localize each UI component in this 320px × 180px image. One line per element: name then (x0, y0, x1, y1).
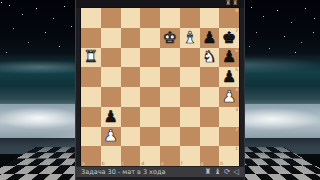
square-g5[interactable] (200, 67, 220, 87)
chess-app-window: ♜♜ 8♚♝♟7♚♜♞6♟5♟4♟♟3♟2abcdefg1h Задача 30… (75, 0, 245, 180)
square-f1[interactable]: f (180, 146, 200, 166)
square-f8[interactable] (180, 8, 200, 28)
white-rook[interactable]: ♜ (81, 48, 101, 68)
square-d1[interactable]: d (140, 146, 160, 166)
square-c5[interactable] (121, 67, 141, 87)
status-bar: Задача 30 - мат в 3 хода ♜♝⟳◁ (76, 166, 244, 177)
status-text: Задача 30 - мат в 3 хода (81, 168, 165, 176)
square-d7[interactable] (140, 28, 160, 48)
back-arrow-icon[interactable]: ◁ (233, 168, 239, 176)
square-d6[interactable] (140, 48, 160, 68)
square-f6[interactable] (180, 48, 200, 68)
rook-icon[interactable]: ♜ (204, 168, 211, 176)
white-pawn[interactable]: ♟ (219, 87, 239, 107)
square-b7[interactable] (101, 28, 121, 48)
square-g7[interactable]: ♟ (200, 28, 220, 48)
square-f3[interactable] (180, 107, 200, 127)
square-b6[interactable] (101, 48, 121, 68)
black-pawn[interactable]: ♟ (200, 28, 220, 48)
titlebar: ♜♜ (76, 0, 244, 8)
square-a2[interactable] (81, 127, 101, 147)
square-h6[interactable]: 6♟ (219, 48, 239, 68)
square-g3[interactable] (200, 107, 220, 127)
rank-label-3: 3 (235, 107, 238, 112)
square-b8[interactable] (101, 8, 121, 28)
square-b4[interactable] (101, 87, 121, 107)
rank-label-1: 1 (235, 146, 238, 151)
square-h2[interactable]: 2 (219, 127, 239, 147)
stars (1, 2, 2, 3)
square-a4[interactable] (81, 87, 101, 107)
square-d2[interactable] (140, 127, 160, 147)
square-h8[interactable]: 8 (219, 8, 239, 28)
white-knight[interactable]: ♞ (200, 48, 220, 68)
rank-label-8: 8 (235, 8, 238, 13)
square-e4[interactable] (160, 87, 180, 107)
square-d8[interactable] (140, 8, 160, 28)
white-bishop[interactable]: ♝ (180, 28, 200, 48)
square-h3[interactable]: 3 (219, 107, 239, 127)
status-bar-icons: ♜♝⟳◁ (204, 168, 239, 176)
square-g2[interactable] (200, 127, 220, 147)
rook-icon-2[interactable]: ♜ (232, 0, 238, 7)
square-c3[interactable] (121, 107, 141, 127)
square-e1[interactable]: e (160, 146, 180, 166)
redo-icon[interactable]: ⟳ (224, 168, 230, 176)
square-a8[interactable] (81, 8, 101, 28)
square-h5[interactable]: 5♟ (219, 67, 239, 87)
square-h1[interactable]: 1h (219, 146, 239, 166)
black-king[interactable]: ♚ (219, 28, 239, 48)
square-a1[interactable]: a (81, 146, 101, 166)
titlebar-icons: ♜♜ (224, 0, 238, 8)
square-e3[interactable] (160, 107, 180, 127)
square-g1[interactable]: g (200, 146, 220, 166)
chess-board: 8♚♝♟7♚♜♞6♟5♟4♟♟3♟2abcdefg1h (81, 8, 239, 166)
square-e2[interactable] (160, 127, 180, 147)
square-d5[interactable] (140, 67, 160, 87)
black-pawn[interactable]: ♟ (219, 48, 239, 68)
square-f2[interactable] (180, 127, 200, 147)
square-a7[interactable] (81, 28, 101, 48)
square-a3[interactable] (81, 107, 101, 127)
square-d4[interactable] (140, 87, 160, 107)
square-e5[interactable] (160, 67, 180, 87)
square-h4[interactable]: 4♟ (219, 87, 239, 107)
rank-label-2: 2 (235, 127, 238, 132)
square-c2[interactable] (121, 127, 141, 147)
square-b1[interactable]: b (101, 146, 121, 166)
square-b5[interactable] (101, 67, 121, 87)
white-pawn[interactable]: ♟ (101, 127, 121, 147)
square-c1[interactable]: c (121, 146, 141, 166)
square-a5[interactable] (81, 67, 101, 87)
black-pawn[interactable]: ♟ (101, 107, 121, 127)
square-g4[interactable] (200, 87, 220, 107)
rook-icon[interactable]: ♜ (225, 0, 231, 7)
square-g8[interactable] (200, 8, 220, 28)
square-e7[interactable]: ♚ (160, 28, 180, 48)
square-e6[interactable] (160, 48, 180, 68)
square-h7[interactable]: 7♚ (219, 28, 239, 48)
square-c8[interactable] (121, 8, 141, 28)
square-g6[interactable]: ♞ (200, 48, 220, 68)
square-b3[interactable]: ♟ (101, 107, 121, 127)
black-pawn[interactable]: ♟ (219, 67, 239, 87)
square-c6[interactable] (121, 48, 141, 68)
white-king[interactable]: ♚ (160, 28, 180, 48)
square-c7[interactable] (121, 28, 141, 48)
square-c4[interactable] (121, 87, 141, 107)
square-f7[interactable]: ♝ (180, 28, 200, 48)
square-f5[interactable] (180, 67, 200, 87)
square-e8[interactable] (160, 8, 180, 28)
bishop-icon[interactable]: ♝ (214, 168, 221, 176)
square-a6[interactable]: ♜ (81, 48, 101, 68)
square-f4[interactable] (180, 87, 200, 107)
square-b2[interactable]: ♟ (101, 127, 121, 147)
square-d3[interactable] (140, 107, 160, 127)
